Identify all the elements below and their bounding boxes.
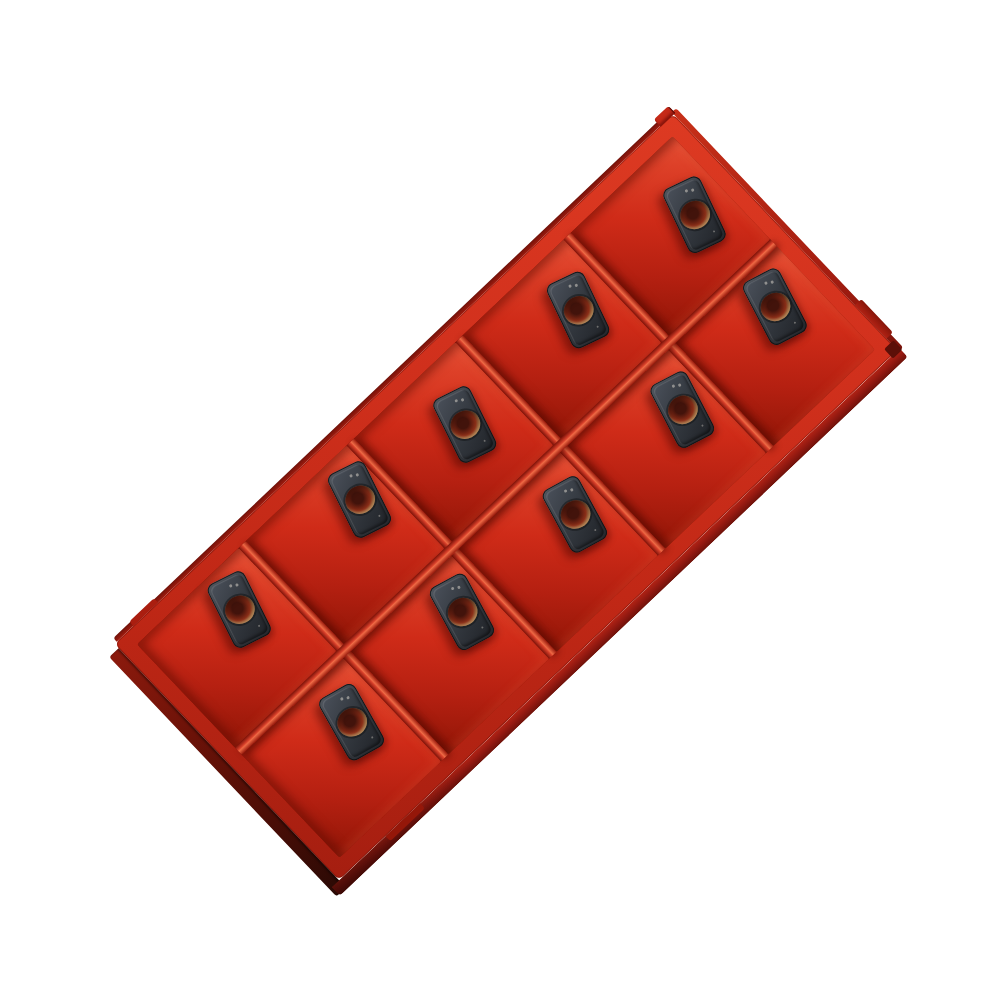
mold-dot xyxy=(770,281,774,285)
mold-dot xyxy=(713,230,716,233)
insert-top-face xyxy=(665,178,725,252)
insert-bore-hole xyxy=(559,292,598,330)
milling-insert-r2c1 xyxy=(316,681,387,763)
mold-dot xyxy=(764,281,768,285)
insert-bore-hole xyxy=(220,591,259,629)
mold-dot xyxy=(450,586,454,590)
mold-dot xyxy=(346,696,350,700)
mold-dot xyxy=(457,586,461,590)
mold-dot xyxy=(229,584,233,588)
insert-top-face xyxy=(320,685,382,759)
insert-top-face xyxy=(544,477,606,551)
insert-top-face xyxy=(209,573,269,647)
product-photo xyxy=(0,0,1001,1001)
mold-dot xyxy=(701,424,704,427)
mold-dot xyxy=(355,474,359,478)
milling-insert-r1c1 xyxy=(205,569,273,651)
mold-dot xyxy=(258,624,261,627)
mold-dot xyxy=(235,584,239,588)
milling-insert-r2c2 xyxy=(427,571,497,653)
insert-top-face xyxy=(548,273,608,347)
mold-dot xyxy=(371,736,374,739)
insert-bore-hole xyxy=(675,196,714,234)
mold-dot xyxy=(483,439,486,442)
insert-top-face xyxy=(431,575,493,649)
insert-bore-hole xyxy=(332,703,372,742)
mold-dot xyxy=(568,284,572,288)
insert-tray xyxy=(115,114,898,881)
milling-insert-r2c5 xyxy=(740,266,809,348)
insert-top-face xyxy=(652,373,713,447)
milling-insert-r1c5 xyxy=(661,174,729,256)
insert-bore-hole xyxy=(555,495,595,534)
milling-insert-r1c3 xyxy=(431,384,499,466)
insert-bore-hole xyxy=(442,593,482,632)
inserts-layer xyxy=(115,114,898,881)
mold-dot xyxy=(481,626,484,629)
milling-insert-r2c3 xyxy=(540,473,610,555)
milling-insert-r1c2 xyxy=(325,459,393,541)
mold-dot xyxy=(460,398,464,402)
insert-bore-hole xyxy=(445,406,484,444)
milling-insert-r2c4 xyxy=(648,369,717,451)
mold-dot xyxy=(340,697,344,701)
mold-dot xyxy=(563,489,567,493)
insert-top-face xyxy=(329,463,389,537)
mold-dot xyxy=(690,189,694,193)
mold-dot xyxy=(671,384,675,388)
mold-dot xyxy=(570,488,574,492)
mold-dot xyxy=(794,321,797,324)
insert-bore-hole xyxy=(663,391,703,430)
mold-dot xyxy=(574,284,578,288)
insert-top-face xyxy=(435,388,495,462)
mold-dot xyxy=(378,514,381,517)
mold-dot xyxy=(349,474,353,478)
mold-dot xyxy=(594,528,597,531)
insert-top-face xyxy=(744,270,805,344)
mold-dot xyxy=(684,189,688,193)
insert-bore-hole xyxy=(340,481,379,519)
mold-dot xyxy=(454,399,458,403)
milling-insert-r1c4 xyxy=(544,269,612,351)
mold-dot xyxy=(677,384,681,388)
mold-dot xyxy=(596,325,599,328)
insert-bore-hole xyxy=(755,288,795,327)
